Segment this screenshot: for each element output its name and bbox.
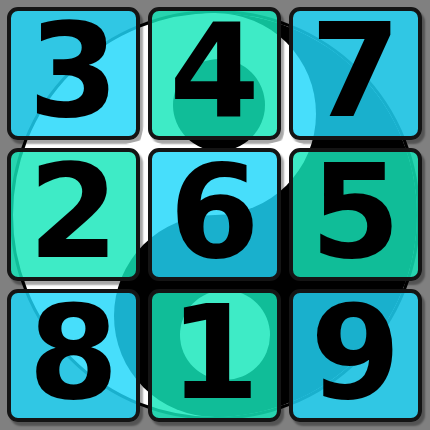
tile-grid: 3 4 7 2 6 5 8 1 9 [7,7,422,422]
tile-r2c2[interactable]: 6 [148,148,281,281]
tile-digit: 4 [169,6,259,136]
tile-r1c3[interactable]: 7 [289,7,422,140]
tile-r2c3[interactable]: 5 [289,148,422,281]
tile-r3c2[interactable]: 1 [148,289,281,422]
tile-r3c3[interactable]: 9 [289,289,422,422]
tile-r1c2[interactable]: 4 [148,7,281,140]
tile-digit: 5 [310,147,400,277]
tile-r3c1[interactable]: 8 [7,289,140,422]
tile-digit: 3 [28,6,118,136]
tile-digit: 6 [169,147,259,277]
tile-digit: 7 [310,6,400,136]
tile-digit: 2 [28,147,118,277]
puzzle-board: 3 4 7 2 6 5 8 1 9 [0,0,430,430]
tile-digit: 1 [169,288,259,418]
tile-digit: 9 [310,288,400,418]
tile-digit: 8 [28,288,118,418]
tile-r2c1[interactable]: 2 [7,148,140,281]
tile-r1c1[interactable]: 3 [7,7,140,140]
